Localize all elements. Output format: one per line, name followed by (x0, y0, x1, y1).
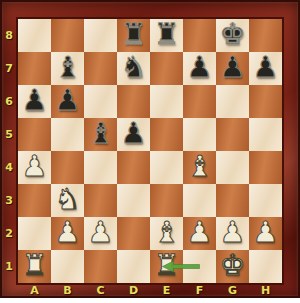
rank-label-6: 6 (0, 85, 18, 118)
square-b3[interactable]: ♞ (51, 184, 84, 217)
square-e8[interactable]: ♜ (150, 19, 183, 52)
square-a8[interactable] (18, 19, 51, 52)
chess-app-window: 87654321 ♜♜♚♝♞♟♟♟♟♟♝♟♟♝♞♟♟♝♟♟♟♜♜♚ ABCDEF… (0, 0, 300, 303)
square-e2[interactable]: ♝ (150, 217, 183, 250)
file-label-f: F (183, 283, 216, 297)
piece-black-king[interactable]: ♚ (220, 18, 246, 51)
piece-black-bishop[interactable]: ♝ (55, 51, 81, 84)
square-c6[interactable] (84, 85, 117, 118)
square-d8[interactable]: ♜ (117, 19, 150, 52)
square-c5[interactable]: ♝ (84, 118, 117, 151)
square-d3[interactable] (117, 184, 150, 217)
piece-white-pawn[interactable]: ♟ (253, 216, 279, 249)
rank-label-3: 3 (0, 184, 18, 217)
square-e1[interactable]: ♜ (150, 250, 183, 283)
square-f5[interactable] (183, 118, 216, 151)
square-a3[interactable] (18, 184, 51, 217)
piece-black-pawn[interactable]: ♟ (121, 117, 147, 150)
square-c8[interactable] (84, 19, 117, 52)
file-label-g: G (216, 283, 249, 297)
square-d4[interactable] (117, 151, 150, 184)
square-f7[interactable]: ♟ (183, 52, 216, 85)
square-a2[interactable] (18, 217, 51, 250)
file-label-c: C (84, 283, 117, 297)
piece-black-pawn[interactable]: ♟ (220, 51, 246, 84)
square-f8[interactable] (183, 19, 216, 52)
square-h4[interactable] (249, 151, 282, 184)
square-f2[interactable]: ♟ (183, 217, 216, 250)
square-h3[interactable] (249, 184, 282, 217)
square-b5[interactable] (51, 118, 84, 151)
square-f1[interactable] (183, 250, 216, 283)
file-label-h: H (249, 283, 282, 297)
piece-white-knight[interactable]: ♞ (55, 183, 81, 216)
square-c1[interactable] (84, 250, 117, 283)
piece-white-bishop[interactable]: ♝ (187, 150, 213, 183)
square-g2[interactable]: ♟ (216, 217, 249, 250)
piece-black-pawn[interactable]: ♟ (22, 84, 48, 117)
square-d6[interactable] (117, 85, 150, 118)
square-e7[interactable] (150, 52, 183, 85)
file-labels: ABCDEFGH (18, 283, 282, 297)
square-d7[interactable]: ♞ (117, 52, 150, 85)
square-g6[interactable] (216, 85, 249, 118)
square-b1[interactable] (51, 250, 84, 283)
rank-label-1: 1 (0, 250, 18, 283)
square-g4[interactable] (216, 151, 249, 184)
square-h6[interactable] (249, 85, 282, 118)
square-e6[interactable] (150, 85, 183, 118)
piece-black-pawn[interactable]: ♟ (55, 84, 81, 117)
piece-white-pawn[interactable]: ♟ (22, 150, 48, 183)
rank-labels: 87654321 (0, 19, 18, 283)
square-h7[interactable]: ♟ (249, 52, 282, 85)
square-a7[interactable] (18, 52, 51, 85)
square-c4[interactable] (84, 151, 117, 184)
square-f6[interactable] (183, 85, 216, 118)
piece-black-rook[interactable]: ♜ (121, 18, 147, 51)
square-a1[interactable]: ♜ (18, 250, 51, 283)
file-label-b: B (51, 283, 84, 297)
square-e4[interactable] (150, 151, 183, 184)
piece-white-rook[interactable]: ♜ (22, 249, 48, 282)
rank-label-7: 7 (0, 52, 18, 85)
rank-label-5: 5 (0, 118, 18, 151)
piece-white-bishop[interactable]: ♝ (154, 216, 180, 249)
piece-black-bishop[interactable]: ♝ (88, 117, 114, 150)
piece-white-pawn[interactable]: ♟ (88, 216, 114, 249)
square-c3[interactable] (84, 184, 117, 217)
square-g7[interactable]: ♟ (216, 52, 249, 85)
file-label-d: D (117, 283, 150, 297)
square-d1[interactable] (117, 250, 150, 283)
square-g3[interactable] (216, 184, 249, 217)
square-d2[interactable] (117, 217, 150, 250)
piece-white-pawn[interactable]: ♟ (187, 216, 213, 249)
square-f3[interactable] (183, 184, 216, 217)
piece-white-king[interactable]: ♚ (220, 249, 246, 282)
square-b6[interactable]: ♟ (51, 85, 84, 118)
square-g1[interactable]: ♚ (216, 250, 249, 283)
piece-black-rook[interactable]: ♜ (154, 18, 180, 51)
square-h2[interactable]: ♟ (249, 217, 282, 250)
square-a6[interactable]: ♟ (18, 85, 51, 118)
square-d5[interactable]: ♟ (117, 118, 150, 151)
square-g8[interactable]: ♚ (216, 19, 249, 52)
piece-black-knight[interactable]: ♞ (121, 51, 147, 84)
square-e5[interactable] (150, 118, 183, 151)
square-c7[interactable] (84, 52, 117, 85)
rank-label-8: 8 (0, 19, 18, 52)
chess-board: ♜♜♚♝♞♟♟♟♟♟♝♟♟♝♞♟♟♝♟♟♟♜♜♚ (18, 19, 282, 283)
piece-white-pawn[interactable]: ♟ (55, 216, 81, 249)
square-h8[interactable] (249, 19, 282, 52)
square-b2[interactable]: ♟ (51, 217, 84, 250)
file-label-e: E (150, 283, 183, 297)
rank-label-4: 4 (0, 151, 18, 184)
square-a4[interactable]: ♟ (18, 151, 51, 184)
square-h5[interactable] (249, 118, 282, 151)
square-b7[interactable]: ♝ (51, 52, 84, 85)
rank-label-2: 2 (0, 217, 18, 250)
square-f4[interactable]: ♝ (183, 151, 216, 184)
square-c2[interactable]: ♟ (84, 217, 117, 250)
square-e3[interactable] (150, 184, 183, 217)
piece-black-pawn[interactable]: ♟ (253, 51, 279, 84)
file-label-a: A (18, 283, 51, 297)
piece-white-pawn[interactable]: ♟ (220, 216, 246, 249)
square-b4[interactable] (51, 151, 84, 184)
square-g5[interactable] (216, 118, 249, 151)
square-a5[interactable] (18, 118, 51, 151)
piece-white-rook[interactable]: ♜ (154, 249, 180, 282)
square-h1[interactable] (249, 250, 282, 283)
square-b8[interactable] (51, 19, 84, 52)
piece-black-pawn[interactable]: ♟ (187, 51, 213, 84)
